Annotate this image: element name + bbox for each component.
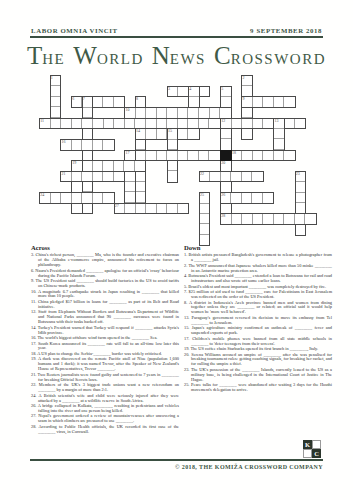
grid-cell[interactable] [242, 214, 253, 224]
grid-cell[interactable] [221, 172, 231, 182]
-clue-19: 19. A duck was discovered on the remote … [31, 357, 179, 372]
grid-cell[interactable] [178, 151, 189, 161]
clue-number: 20. [184, 352, 191, 357]
-clue-8: 8. A district in Indonesia's Aceh provin… [184, 301, 332, 316]
grid-cell[interactable] [157, 204, 168, 214]
grid-cell[interactable] [40, 193, 51, 203]
grid-cell[interactable] [157, 129, 167, 139]
grid-cell[interactable] [61, 140, 71, 150]
title-word: WORLD [73, 50, 143, 67]
grid-cell[interactable] [188, 129, 198, 139]
clue-number: 8. [184, 300, 189, 305]
logo-square [303, 449, 312, 458]
word-16-across [60, 139, 114, 151]
grid-cell[interactable] [295, 214, 306, 224]
grid-cell[interactable] [146, 119, 157, 129]
word-27-across [114, 203, 190, 215]
grid-cell[interactable] [178, 204, 189, 214]
grid-cell[interactable] [210, 108, 221, 118]
grid-cell[interactable] [136, 140, 146, 151]
grid-cell[interactable] [200, 193, 210, 203]
grid-cell[interactable] [93, 97, 103, 107]
grid-cell[interactable] [242, 119, 253, 129]
grid-cell[interactable] [252, 172, 262, 182]
grid-cell[interactable] [199, 87, 209, 97]
grid-cell[interactable] [125, 108, 136, 118]
grid-cell[interactable] [167, 119, 178, 129]
grid-cell[interactable] [51, 193, 62, 203]
grid-cell[interactable] [72, 172, 82, 182]
-clue-27: 27. Nepal's government ordered a review … [31, 414, 179, 424]
grid-cell[interactable] [231, 172, 241, 182]
footer-rule [30, 459, 323, 461]
grid-cell[interactable] [83, 97, 93, 108]
clue-number: 5. [184, 284, 188, 289]
clue-number: 21. [31, 372, 38, 377]
grid-cell[interactable] [178, 108, 189, 118]
word-21-across [60, 171, 125, 183]
grid-cell[interactable] [157, 108, 168, 118]
clue-number: 4. [184, 273, 188, 278]
grid-cell[interactable] [136, 204, 147, 214]
grid-cell[interactable] [242, 107, 252, 117]
grid-cell[interactable] [72, 140, 82, 150]
-clue-12: 12. Staff from Elephants Without Borders… [31, 310, 179, 325]
grid-cell[interactable] [157, 151, 168, 161]
clue-number: 15. [184, 325, 192, 330]
grid-cell[interactable] [263, 193, 273, 203]
grid-cell[interactable] [82, 193, 93, 203]
grid-cell[interactable] [296, 182, 306, 192]
-clue-22: 22. Members of the UK's 3 biggest trade … [31, 383, 179, 393]
grid-cell[interactable] [167, 151, 178, 161]
across-clue-list: 3. China's richest person, ________ Ma, … [31, 253, 179, 434]
grid-cell[interactable] [199, 119, 210, 129]
grid-cell[interactable] [296, 193, 306, 203]
grid-cell[interactable] [72, 203, 82, 213]
-clue-25: 25. Peace talks for ________ were abando… [184, 383, 332, 393]
across-header: Across [31, 246, 179, 251]
grid-cell[interactable] [252, 193, 262, 203]
grid-cell[interactable] [136, 129, 146, 139]
grid-cell[interactable] [188, 108, 199, 118]
clue-number: 7. [184, 289, 189, 294]
grid-cell[interactable] [114, 119, 125, 129]
grid-cell[interactable] [253, 119, 264, 129]
grid-cell[interactable] [242, 97, 252, 107]
grid-cell[interactable] [221, 214, 232, 224]
grid-cell[interactable] [136, 151, 147, 161]
-clue-1: 1. British artists pressured Bangladesh'… [184, 253, 332, 263]
page-title: THEWORLDNEWSCROSSWORD [0, 42, 353, 70]
grid-cell[interactable] [221, 193, 231, 203]
grid-cell[interactable] [209, 151, 220, 161]
grid-cell[interactable] [93, 161, 104, 171]
word-19-down [71, 160, 83, 214]
publisher-logo: KC [303, 440, 321, 458]
grid-cell[interactable] [51, 76, 61, 86]
-clue-7: 7. $25 million of aid used to fund _____… [184, 290, 332, 300]
grid-cell[interactable] [263, 151, 273, 161]
grid-cell[interactable] [253, 151, 263, 161]
clue-number: 1. [184, 252, 189, 257]
grid-cell[interactable] [124, 161, 135, 171]
grid-cell[interactable] [136, 108, 147, 118]
grid-cell[interactable] [136, 182, 146, 193]
grid-cell[interactable] [296, 203, 306, 213]
clue-number: 10. [31, 289, 38, 294]
grid-cell[interactable] [253, 214, 264, 224]
grid-cell[interactable] [274, 139, 284, 149]
grid-cell[interactable] [274, 119, 284, 129]
grid-cell[interactable] [103, 140, 113, 150]
-clue-13: 13. Paraguay's government reversed its d… [184, 316, 332, 326]
grid-cell[interactable] [103, 97, 113, 107]
clue-number: 26. [31, 403, 38, 408]
word-9-across [241, 96, 295, 108]
grid-cell[interactable] [136, 192, 146, 203]
grid-cell[interactable] [103, 161, 114, 171]
grid-cell[interactable] [200, 214, 210, 224]
title-word: THE [27, 50, 65, 67]
grid-cell[interactable] [146, 129, 156, 139]
across-clues-column: Across 3. China's richest person, ______… [31, 246, 179, 435]
grid-cell[interactable] [200, 172, 210, 182]
clue-number: 23. [184, 367, 191, 372]
clue-number: 2. [184, 263, 188, 268]
crossword-grid[interactable]: 1234567891011121314151617181920212223242… [39, 75, 317, 247]
grid-cell[interactable] [103, 193, 114, 203]
grid-cell[interactable] [167, 108, 178, 118]
grid-cell[interactable] [242, 76, 252, 86]
copyright-line: © 2018, THE KOMIŽA CROSSWORD COMPANY [175, 464, 323, 470]
grid-cell[interactable] [274, 151, 284, 161]
masthead-date: 9 SEPTEMBER 2018 [250, 27, 322, 34]
grid-cell[interactable] [51, 119, 62, 129]
grid-cell[interactable] [253, 97, 263, 107]
grid-cell[interactable] [61, 193, 72, 203]
-clue-17: 17. South Korea announced its ________ r… [31, 342, 179, 352]
title-word: CROSSWORD [214, 50, 326, 67]
clue-number: 11. [31, 299, 38, 304]
-clue-15: 15. Japan's agriculture ministry confirm… [184, 326, 332, 336]
word-24-across [39, 192, 115, 204]
-clue-26: 26. A bridge collapsed in Kolkata, _____… [31, 404, 179, 414]
grid-cell[interactable] [274, 97, 284, 107]
grid-cell[interactable] [135, 161, 146, 171]
title-word: NEWS [152, 50, 206, 67]
grid-cell[interactable] [305, 214, 316, 224]
grid-cell[interactable] [178, 87, 188, 97]
grid-cell[interactable] [221, 139, 231, 149]
grid-cell[interactable] [296, 224, 306, 234]
grid-cell[interactable] [221, 203, 231, 213]
grid-cell[interactable] [221, 119, 232, 129]
grid-cell[interactable] [115, 204, 126, 214]
-clue-21: 21. Two Reuters journalists were found g… [31, 373, 179, 383]
-clue-2: 2. The WWF announced that Japanese whale… [184, 264, 332, 274]
-clue-6: 6. Nauru's President demanded ________ a… [31, 269, 179, 279]
grid-cell[interactable] [103, 172, 113, 182]
-clue-9: 9. The US President said ________ should… [31, 279, 179, 289]
grid-cell[interactable] [168, 161, 178, 171]
clue-number: 18. [31, 351, 37, 356]
grid-cell[interactable] [209, 119, 220, 129]
grid-cell[interactable] [114, 97, 124, 107]
grid-cell[interactable] [82, 172, 92, 182]
grid-cell[interactable] [274, 129, 284, 139]
grid-cell[interactable] [93, 193, 104, 203]
grid-cell[interactable] [168, 87, 178, 97]
clue-number: 16. [31, 335, 37, 340]
-clue-28: 28. According to Public Health officials… [31, 425, 179, 435]
grid-cell[interactable] [72, 182, 82, 192]
grid-cell[interactable] [178, 129, 188, 139]
word-18-across [231, 150, 296, 162]
-clue-23: 23. The UK's possession of the ________ … [184, 368, 332, 383]
masthead-motto: LABOR OMNIA VINCIT [31, 27, 118, 34]
grid-cell[interactable] [83, 203, 93, 214]
clue-number: 24. [31, 393, 39, 398]
grid-cell[interactable] [210, 172, 220, 182]
grid-cell[interactable] [232, 119, 243, 129]
grid-cell[interactable] [296, 172, 306, 182]
grid-cell[interactable] [125, 182, 135, 192]
word-25-down [199, 192, 211, 246]
clue-number: 17. [31, 341, 38, 346]
page: { "masthead": { "motto": "LABOR OMNIA VI… [0, 0, 353, 500]
word-23-down [295, 171, 307, 236]
clue-number: 6. [31, 268, 35, 273]
grid-cell[interactable] [189, 87, 199, 97]
-clue-20: 20. Serena Williams accused an umpire of… [184, 353, 332, 368]
clue-number: 13. [184, 315, 192, 320]
grid-cell[interactable] [263, 214, 274, 224]
word-22-across [199, 171, 264, 183]
grid-cell[interactable] [82, 119, 93, 129]
grid-cell[interactable] [125, 172, 135, 182]
grid-cell[interactable] [200, 204, 210, 214]
grid-cell[interactable] [284, 214, 295, 224]
grid-cell[interactable] [82, 161, 93, 171]
down-header: Down [184, 246, 332, 251]
grid-cell[interactable] [274, 214, 285, 224]
word-12-across [220, 118, 306, 130]
grid-cell[interactable] [200, 224, 210, 234]
down-clues-column: Down 1. British artists pressured Bangla… [184, 246, 332, 394]
grid-cell[interactable] [231, 193, 241, 203]
grid-cell[interactable] [40, 119, 51, 129]
-clue-11: 11. China pledged $57 billion in loans f… [31, 300, 179, 310]
grid-cell[interactable] [146, 204, 157, 214]
clue-number: 9. [31, 278, 36, 283]
grid-cell[interactable] [221, 182, 231, 192]
grid-cell[interactable] [125, 119, 136, 129]
grid-cell[interactable] [168, 129, 178, 139]
grid-cell[interactable] [178, 119, 189, 129]
grid-cell[interactable] [125, 192, 135, 202]
grid-cell[interactable] [61, 172, 71, 182]
grid-cell[interactable] [221, 87, 231, 97]
down-clue-list: 1. British artists pressured Bangladesh'… [184, 253, 332, 393]
clue-number: 19. [31, 356, 38, 361]
grid-cell[interactable] [188, 151, 199, 161]
grid-cell[interactable] [232, 151, 242, 161]
grid-cell[interactable] [83, 150, 93, 161]
clue-number: 22. [31, 382, 39, 387]
grid-cell[interactable] [263, 119, 274, 129]
clue-number: 17. [184, 336, 192, 341]
grid-cell[interactable] [167, 204, 178, 214]
grid-cell[interactable] [136, 171, 146, 182]
grid-cell[interactable] [232, 214, 243, 224]
clue-number: 25. [184, 382, 191, 387]
grid-cell[interactable] [61, 119, 72, 129]
grid-cell[interactable] [263, 97, 273, 107]
-clue-4: 4. Botswana's President said ________ ex… [184, 274, 332, 284]
-clue-10: 10. A magnitude 6.7 earthquake struck in… [31, 290, 179, 300]
grid-cell[interactable] [93, 172, 103, 182]
grid-cell[interactable] [82, 140, 92, 150]
grid-cell[interactable] [221, 129, 231, 139]
word-26-across [220, 192, 274, 204]
clue-number: 3. [31, 252, 36, 257]
word-6-across [71, 96, 125, 108]
grid-cell[interactable] [146, 108, 157, 118]
-clue-14: 14. Turkey's President warned that Turke… [31, 326, 179, 336]
grid-cell[interactable] [284, 151, 294, 161]
logo-letter-C: C [312, 449, 321, 458]
grid-cell[interactable] [188, 119, 199, 129]
clue-number: 19. [184, 346, 190, 351]
logo-square [312, 440, 321, 449]
clue-number: 28. [31, 424, 38, 429]
grid-cell[interactable] [72, 119, 83, 129]
word-28-across [220, 213, 317, 225]
grid-cell[interactable] [93, 119, 104, 129]
grid-cell[interactable] [199, 108, 210, 118]
-clue-17: 17. Children's mobile phones were banned… [184, 337, 332, 347]
grid-cell[interactable] [104, 119, 115, 129]
grid-cell[interactable] [93, 140, 103, 150]
grid-cell[interactable] [242, 193, 252, 203]
grid-cell[interactable] [51, 86, 61, 96]
clue-number: 12. [31, 309, 38, 314]
grid-cell[interactable] [51, 97, 61, 107]
grid-cell[interactable] [284, 97, 294, 107]
grid-cell[interactable] [295, 119, 306, 129]
logo-letter-K: K [303, 440, 312, 449]
grid-cell[interactable] [242, 151, 252, 161]
grid-cell[interactable] [72, 193, 83, 203]
grid-cell[interactable] [114, 172, 124, 182]
grid-cell[interactable] [125, 204, 136, 214]
grid-cell[interactable] [146, 151, 157, 161]
masthead-rule [30, 36, 323, 38]
-clue-24: 24. A British scientist's wife and child… [31, 394, 179, 404]
grid-cell[interactable] [114, 161, 125, 171]
grid-cell[interactable] [220, 108, 231, 118]
grid-cell[interactable] [242, 128, 252, 138]
clue-number: 14. [31, 325, 38, 330]
clue-number: 27. [31, 413, 38, 418]
grid-cell[interactable] [83, 182, 93, 193]
grid-cell[interactable] [284, 119, 295, 129]
black-cell [220, 150, 232, 162]
grid-cell[interactable] [242, 172, 252, 182]
grid-cell[interactable] [135, 119, 146, 129]
-clue-3: 3. China's richest person, ________ Ma, … [31, 253, 179, 268]
grid-cell[interactable] [157, 119, 168, 129]
grid-cell[interactable] [199, 151, 210, 161]
grid-cell[interactable] [200, 235, 210, 245]
grid-cell[interactable] [168, 171, 178, 181]
grid-cell[interactable] [51, 107, 61, 117]
